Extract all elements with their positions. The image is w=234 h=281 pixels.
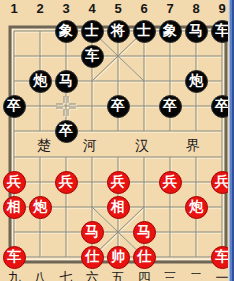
file-label-top: 5 [114, 1, 121, 16]
file-label-bottom: 八 [34, 269, 47, 281]
piece-black[interactable]: 象 [159, 20, 182, 43]
file-label-top: 8 [192, 1, 199, 16]
piece-black[interactable]: 将 [107, 20, 130, 43]
piece-red[interactable]: 相 [3, 196, 26, 219]
file-label-bottom: 九 [8, 269, 21, 281]
piece-black[interactable]: 士 [133, 20, 156, 43]
piece-black[interactable]: 车 [81, 45, 104, 68]
piece-black[interactable]: 卒 [55, 120, 78, 143]
piece-red[interactable]: 兵 [3, 171, 26, 194]
piece-red[interactable]: 车 [3, 246, 26, 269]
piece-black[interactable]: 马 [185, 20, 208, 43]
file-label-top: 3 [62, 1, 69, 16]
file-label-top: 7 [166, 1, 173, 16]
file-label-bottom: 二 [190, 269, 203, 281]
file-label-top: 1 [10, 1, 17, 16]
xiangqi-window: 123456789 楚河汉界 象士将士象马车车炮马炮卒卒卒卒卒兵兵兵兵兵相炮相炮… [0, 0, 234, 281]
piece-red[interactable]: 帅 [107, 246, 130, 269]
file-label-top: 9 [218, 1, 225, 16]
file-label-bottom: 六 [86, 269, 99, 281]
piece-black[interactable]: 卒 [3, 95, 26, 118]
piece-red[interactable]: 马 [133, 221, 156, 244]
file-label-top: 2 [36, 1, 43, 16]
piece-red[interactable]: 兵 [159, 171, 182, 194]
piece-red[interactable]: 炮 [185, 196, 208, 219]
river-text: 楚 [37, 137, 51, 155]
piece-black[interactable]: 炮 [29, 70, 52, 93]
river-text: 汉 [135, 137, 149, 155]
piece-black[interactable]: 象 [55, 20, 78, 43]
window-edge-border [228, 0, 234, 281]
file-label-bottom: 三 [164, 269, 177, 281]
piece-red[interactable]: 兵 [55, 171, 78, 194]
river-text: 河 [83, 137, 97, 155]
file-label-bottom: 五 [112, 269, 125, 281]
piece-red[interactable]: 相 [107, 196, 130, 219]
piece-black[interactable]: 卒 [107, 95, 130, 118]
file-label-bottom: 四 [138, 269, 151, 281]
piece-black[interactable]: 士 [81, 20, 104, 43]
piece-red[interactable]: 仕 [133, 246, 156, 269]
river-text: 界 [186, 137, 200, 155]
piece-red[interactable]: 炮 [29, 196, 52, 219]
piece-red[interactable]: 兵 [107, 171, 130, 194]
file-label-top: 6 [140, 1, 147, 16]
piece-red[interactable]: 仕 [81, 246, 104, 269]
piece-black[interactable]: 炮 [185, 70, 208, 93]
file-label-bottom: 一 [216, 269, 229, 281]
piece-black[interactable]: 卒 [159, 95, 182, 118]
piece-red[interactable]: 马 [81, 221, 104, 244]
piece-black[interactable]: 马 [55, 70, 78, 93]
last-move-marker [54, 94, 78, 122]
file-label-top: 4 [88, 1, 95, 16]
file-label-bottom: 七 [60, 269, 73, 281]
